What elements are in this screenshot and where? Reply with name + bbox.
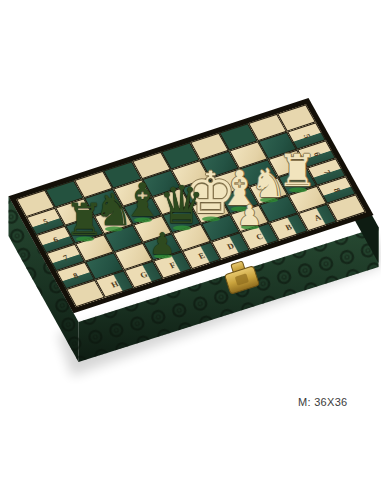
file-label-text: G (133, 268, 155, 282)
rank-label-text: 7 (318, 163, 336, 182)
file-label-text: D (220, 239, 242, 253)
file-label-text: F (162, 258, 184, 272)
file-label-text: C (249, 230, 271, 244)
rank-label-text: 7 (55, 251, 77, 265)
product-photo: 55667788HGFEDCBA ♜♞♝♚♝♟♛♞♜♟ M: 36X36 (0, 0, 381, 492)
rank-label-text: 8 (328, 181, 346, 200)
file-label-text: B (278, 220, 300, 234)
rank-label-text: 6 (45, 233, 67, 247)
file-label-text: A (307, 211, 329, 225)
caption: M: 36X36 (298, 396, 347, 408)
file-label-text: H (104, 277, 126, 291)
rank-label-text: 6 (308, 145, 326, 164)
rank-label-text: 5 (298, 127, 316, 146)
file-label-text: E (191, 249, 213, 263)
rank-label-text: 8 (65, 269, 87, 283)
rank-label-text: 5 (35, 215, 57, 229)
